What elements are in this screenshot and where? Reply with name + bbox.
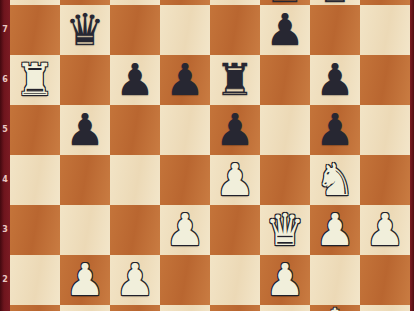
square-d2[interactable] bbox=[160, 255, 210, 305]
white-pawn-c2[interactable]: ♟ bbox=[115, 255, 154, 305]
black-pawn-g6[interactable]: ♟ bbox=[315, 55, 354, 105]
white-pawn-b2[interactable]: ♟ bbox=[65, 255, 104, 305]
white-pawn-g3[interactable]: ♟ bbox=[315, 205, 354, 255]
square-g2[interactable] bbox=[310, 255, 360, 305]
square-f1[interactable] bbox=[260, 305, 310, 311]
white-pawn-f2[interactable]: ♟ bbox=[265, 255, 304, 305]
square-h6[interactable] bbox=[360, 55, 410, 105]
square-a6[interactable]: ♜ bbox=[10, 55, 60, 105]
rank-label-4: 4 bbox=[0, 176, 10, 184]
black-queen-b7[interactable]: ♛ bbox=[65, 5, 104, 55]
square-b4[interactable] bbox=[60, 155, 110, 205]
white-king-g1[interactable]: ♚ bbox=[315, 300, 354, 311]
square-c3[interactable] bbox=[110, 205, 160, 255]
square-d6[interactable]: ♟ bbox=[160, 55, 210, 105]
square-b5[interactable]: ♟ bbox=[60, 105, 110, 155]
square-c1[interactable] bbox=[110, 305, 160, 311]
white-pawn-d3[interactable]: ♟ bbox=[165, 205, 204, 255]
square-f2[interactable]: ♟ bbox=[260, 255, 310, 305]
square-f7[interactable]: ♟ bbox=[260, 5, 310, 55]
square-b6[interactable] bbox=[60, 55, 110, 105]
square-e6[interactable]: ♜ bbox=[210, 55, 260, 105]
square-c5[interactable] bbox=[110, 105, 160, 155]
square-h1[interactable] bbox=[360, 305, 410, 311]
square-d4[interactable] bbox=[160, 155, 210, 205]
square-a7[interactable] bbox=[10, 5, 60, 55]
square-a1[interactable] bbox=[10, 305, 60, 311]
board: ♜♚♛♟♜♟♟♜♟♟♟♟♟♞♟♛♟♟♟♟♟♚ bbox=[10, 0, 410, 311]
square-e2[interactable] bbox=[210, 255, 260, 305]
square-h2[interactable] bbox=[360, 255, 410, 305]
rank-label-3: 3 bbox=[0, 226, 10, 234]
square-b2[interactable]: ♟ bbox=[60, 255, 110, 305]
square-e1[interactable] bbox=[210, 305, 260, 311]
square-h5[interactable] bbox=[360, 105, 410, 155]
square-g5[interactable]: ♟ bbox=[310, 105, 360, 155]
rank-label-7: 7 bbox=[0, 26, 10, 34]
square-h3[interactable]: ♟ bbox=[360, 205, 410, 255]
square-a3[interactable] bbox=[10, 205, 60, 255]
white-knight-g4[interactable]: ♞ bbox=[315, 155, 354, 205]
square-d3[interactable]: ♟ bbox=[160, 205, 210, 255]
square-c7[interactable] bbox=[110, 5, 160, 55]
square-g3[interactable]: ♟ bbox=[310, 205, 360, 255]
chess-board-screenshot: ♜♚♛♟♜♟♟♜♟♟♟♟♟♞♟♛♟♟♟♟♟♚ 765432 bbox=[0, 0, 414, 311]
square-c4[interactable] bbox=[110, 155, 160, 205]
rank-label-6: 6 bbox=[0, 76, 10, 84]
square-d7[interactable] bbox=[160, 5, 210, 55]
square-g7[interactable] bbox=[310, 5, 360, 55]
square-e7[interactable] bbox=[210, 5, 260, 55]
black-pawn-g5[interactable]: ♟ bbox=[315, 105, 354, 155]
square-g4[interactable]: ♞ bbox=[310, 155, 360, 205]
square-g1[interactable]: ♚ bbox=[310, 305, 360, 311]
black-pawn-e5[interactable]: ♟ bbox=[215, 105, 254, 155]
square-f4[interactable] bbox=[260, 155, 310, 205]
square-d5[interactable] bbox=[160, 105, 210, 155]
square-c2[interactable]: ♟ bbox=[110, 255, 160, 305]
white-rook-a6[interactable]: ♜ bbox=[15, 55, 54, 105]
square-h4[interactable] bbox=[360, 155, 410, 205]
square-b7[interactable]: ♛ bbox=[60, 5, 110, 55]
white-queen-f3[interactable]: ♛ bbox=[265, 205, 304, 255]
square-e4[interactable]: ♟ bbox=[210, 155, 260, 205]
square-e3[interactable] bbox=[210, 205, 260, 255]
square-f6[interactable] bbox=[260, 55, 310, 105]
black-pawn-d6[interactable]: ♟ bbox=[165, 55, 204, 105]
rank-label-2: 2 bbox=[0, 276, 10, 284]
square-f3[interactable]: ♛ bbox=[260, 205, 310, 255]
black-rook-e6[interactable]: ♜ bbox=[215, 55, 254, 105]
square-c6[interactable]: ♟ bbox=[110, 55, 160, 105]
square-g6[interactable]: ♟ bbox=[310, 55, 360, 105]
black-pawn-c6[interactable]: ♟ bbox=[115, 55, 154, 105]
black-pawn-f7[interactable]: ♟ bbox=[265, 5, 304, 55]
square-a2[interactable] bbox=[10, 255, 60, 305]
square-a5[interactable] bbox=[10, 105, 60, 155]
square-f5[interactable] bbox=[260, 105, 310, 155]
rank-label-5: 5 bbox=[0, 126, 10, 134]
square-h7[interactable] bbox=[360, 5, 410, 55]
white-pawn-h3[interactable]: ♟ bbox=[365, 205, 404, 255]
square-d1[interactable] bbox=[160, 305, 210, 311]
white-pawn-e4[interactable]: ♟ bbox=[215, 155, 254, 205]
square-b1[interactable] bbox=[60, 305, 110, 311]
square-a4[interactable] bbox=[10, 155, 60, 205]
square-b3[interactable] bbox=[60, 205, 110, 255]
black-pawn-b5[interactable]: ♟ bbox=[65, 105, 104, 155]
square-e5[interactable]: ♟ bbox=[210, 105, 260, 155]
